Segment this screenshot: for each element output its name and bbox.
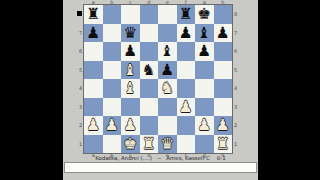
square-g4[interactable]: [195, 79, 214, 98]
square-f6[interactable]: [177, 42, 196, 61]
square-h7[interactable]: ♟: [214, 24, 233, 43]
square-d3[interactable]: [140, 98, 159, 117]
square-c6[interactable]: ♟: [121, 42, 140, 61]
square-d4[interactable]: [140, 79, 159, 98]
square-b4[interactable]: [103, 79, 122, 98]
piece-black-pawn: ♟: [216, 24, 230, 43]
square-a3[interactable]: [84, 98, 103, 117]
piece-black-bishop: ♝: [160, 42, 174, 61]
square-c4[interactable]: ♝: [121, 79, 140, 98]
square-f3[interactable]: ♟: [177, 98, 196, 117]
square-e8[interactable]: [158, 5, 177, 24]
square-g8[interactable]: ♚: [195, 5, 214, 24]
square-d1[interactable]: ♜: [140, 135, 159, 154]
square-g1[interactable]: [195, 135, 214, 154]
piece-white-pawn: ♟: [123, 116, 137, 135]
square-a2[interactable]: ♟: [84, 116, 103, 135]
square-d6[interactable]: [140, 42, 159, 61]
piece-black-pawn: ♟: [197, 42, 211, 61]
piece-white-knight: ♞: [160, 79, 174, 98]
rank-label-right-1: 1: [233, 135, 238, 154]
piece-black-pawn: ♟: [123, 42, 137, 61]
piece-white-bishop: ♝: [123, 61, 137, 80]
piece-black-pawn: ♟: [179, 24, 193, 43]
square-a7[interactable]: ♟: [84, 24, 103, 43]
piece-white-rook: ♜: [142, 135, 156, 154]
square-a4[interactable]: [84, 79, 103, 98]
square-b2[interactable]: ♟: [103, 116, 122, 135]
square-b1[interactable]: [103, 135, 122, 154]
players-caption: Kodatka, Andrei (....) -- Ames, Kassell …: [63, 155, 258, 161]
square-e4[interactable]: ♞: [158, 79, 177, 98]
rank-labels-right: 87654321: [233, 5, 238, 153]
piece-white-pawn: ♟: [105, 116, 119, 135]
square-e7[interactable]: [158, 24, 177, 43]
rank-label-right-7: 7: [233, 24, 238, 43]
square-b5[interactable]: [103, 61, 122, 80]
piece-black-rook: ♜: [86, 5, 100, 24]
square-e1[interactable]: ♛: [158, 135, 177, 154]
square-c3[interactable]: [121, 98, 140, 117]
rank-label-right-5: 5: [233, 61, 238, 80]
square-e6[interactable]: ♝: [158, 42, 177, 61]
rank-label-right-2: 2: [233, 116, 238, 135]
square-h6[interactable]: [214, 42, 233, 61]
piece-black-king: ♚: [197, 5, 211, 24]
rank-labels-left: 7654321: [78, 5, 83, 153]
piece-black-pawn: ♟: [160, 61, 174, 80]
rank-label-right-4: 4: [233, 79, 238, 98]
piece-white-pawn: ♟: [86, 116, 100, 135]
piece-white-king: ♚: [123, 135, 137, 154]
diagram-panel: abcdefgh abcdefgh 7654321 87654321 ♜♜♚♟♛…: [63, 0, 258, 180]
rank-label-right-6: 6: [233, 42, 238, 61]
piece-white-pawn: ♟: [179, 98, 193, 117]
square-f7[interactable]: ♟: [177, 24, 196, 43]
square-d2[interactable]: [140, 116, 159, 135]
square-a5[interactable]: [84, 61, 103, 80]
square-d5[interactable]: ♞: [140, 61, 159, 80]
square-d8[interactable]: [140, 5, 159, 24]
square-a1[interactable]: [84, 135, 103, 154]
piece-white-bishop: ♝: [123, 79, 137, 98]
rank-label-left-3: 3: [78, 98, 83, 117]
rank-label-left-1: 1: [78, 135, 83, 154]
square-c8[interactable]: [121, 5, 140, 24]
square-b3[interactable]: [103, 98, 122, 117]
square-b7[interactable]: [103, 24, 122, 43]
square-h3[interactable]: [214, 98, 233, 117]
square-f8[interactable]: ♜: [177, 5, 196, 24]
piece-white-queen: ♛: [160, 135, 174, 154]
square-f1[interactable]: [177, 135, 196, 154]
rank-label-left-6: 6: [78, 42, 83, 61]
piece-black-queen: ♛: [123, 24, 137, 43]
square-b6[interactable]: [103, 42, 122, 61]
square-g3[interactable]: [195, 98, 214, 117]
piece-black-pawn: ♟: [86, 24, 100, 43]
square-b8[interactable]: [103, 5, 122, 24]
rank-label-left-4: 4: [78, 79, 83, 98]
square-h1[interactable]: ♜: [214, 135, 233, 154]
square-f4[interactable]: [177, 79, 196, 98]
square-c7[interactable]: ♛: [121, 24, 140, 43]
rank-label-left-5: 5: [78, 61, 83, 80]
square-c1[interactable]: ♚: [121, 135, 140, 154]
square-g5[interactable]: [195, 61, 214, 80]
square-c5[interactable]: ♝: [121, 61, 140, 80]
square-g2[interactable]: ♟: [195, 116, 214, 135]
square-g6[interactable]: ♟: [195, 42, 214, 61]
square-a6[interactable]: [84, 42, 103, 61]
square-e2[interactable]: [158, 116, 177, 135]
piece-white-rook: ♜: [216, 135, 230, 154]
chess-board[interactable]: ♜♜♚♟♛♟♝♟♟♝♟♝♞♟♝♞♟♟♟♟♟♟♚♜♛♜: [84, 5, 232, 153]
piece-white-pawn: ♟: [197, 116, 211, 135]
square-g7[interactable]: ♝: [195, 24, 214, 43]
game-info-box: Event : 9th U.S.L. Congress de Mar 1988,…: [64, 162, 257, 173]
square-c2[interactable]: ♟: [121, 116, 140, 135]
square-f5[interactable]: [177, 61, 196, 80]
rank-label-left-2: 2: [78, 116, 83, 135]
square-h5[interactable]: [214, 61, 233, 80]
square-h4[interactable]: [214, 79, 233, 98]
square-h8[interactable]: [214, 5, 233, 24]
square-h2[interactable]: ♟: [214, 116, 233, 135]
square-a8[interactable]: ♜: [84, 5, 103, 24]
rank-label-right-3: 3: [233, 98, 238, 117]
square-f2[interactable]: [177, 116, 196, 135]
square-e5[interactable]: ♟: [158, 61, 177, 80]
black-to-move-indicator: [77, 11, 82, 16]
rank-label-left-7: 7: [78, 24, 83, 43]
square-d7[interactable]: [140, 24, 159, 43]
rank-label-right-8: 8: [233, 5, 238, 24]
piece-black-rook: ♜: [179, 5, 193, 24]
square-e3[interactable]: [158, 98, 177, 117]
piece-black-bishop: ♝: [197, 24, 211, 43]
piece-white-pawn: ♟: [216, 116, 230, 135]
piece-black-knight: ♞: [142, 61, 156, 80]
